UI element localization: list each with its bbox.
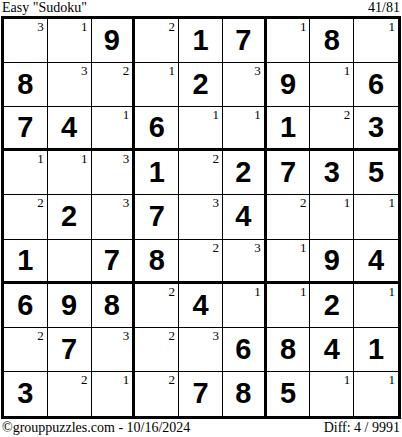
given-digit: 6 <box>149 113 165 142</box>
given-digit: 1 <box>280 113 296 142</box>
given-digit: 1 <box>149 158 165 187</box>
cell-r2c1[interactable]: 8 <box>4 63 48 107</box>
pencil-mark: 3 <box>81 64 88 77</box>
cell-r9c7[interactable]: 5 <box>267 372 311 416</box>
pencil-mark: 1 <box>81 20 88 33</box>
cell-r9c8[interactable]: 1 <box>310 372 354 416</box>
pencil-mark: 2 <box>37 329 44 342</box>
given-digit: 7 <box>149 202 165 231</box>
cell-r7c9[interactable]: 1 <box>354 284 398 328</box>
cell-r6c2[interactable] <box>48 240 92 284</box>
cell-r9c3[interactable]: 1 <box>92 372 136 416</box>
cell-r3c1[interactable]: 7 <box>4 107 48 151</box>
cell-r4c7[interactable]: 7 <box>267 151 311 195</box>
given-digit: 6 <box>17 291 33 320</box>
cell-r6c6[interactable]: 3 <box>223 240 267 284</box>
cell-r8c1[interactable]: 2 <box>4 328 48 372</box>
pencil-mark: 1 <box>300 241 307 254</box>
given-digit: 3 <box>368 113 384 142</box>
pencil-mark: 3 <box>254 241 261 254</box>
given-digit: 4 <box>235 202 251 231</box>
cell-r4c1[interactable]: 1 <box>4 151 48 195</box>
cell-r5c9[interactable]: 1 <box>354 195 398 239</box>
cell-r6c5[interactable]: 2 <box>179 240 223 284</box>
cell-r4c9[interactable]: 5 <box>354 151 398 195</box>
cell-r6c4[interactable]: 8 <box>135 240 179 284</box>
given-digit: 9 <box>324 246 340 275</box>
cell-r7c4[interactable]: 2 <box>135 284 179 328</box>
given-digit: 9 <box>280 70 296 99</box>
pencil-mark: 1 <box>344 196 351 209</box>
cell-r9c4[interactable]: 2 <box>135 372 179 416</box>
cell-r2c2[interactable]: 3 <box>48 63 92 107</box>
cell-r6c1[interactable]: 1 <box>4 240 48 284</box>
pencil-mark: 1 <box>169 64 176 77</box>
pencil-mark: 1 <box>37 152 44 165</box>
cell-r9c5[interactable]: 7 <box>179 372 223 416</box>
pencil-mark: 2 <box>344 108 351 121</box>
cell-r9c9[interactable]: 1 <box>354 372 398 416</box>
cell-r4c8[interactable]: 3 <box>310 151 354 195</box>
cell-r4c6[interactable]: 2 <box>223 151 267 195</box>
pencil-mark: 2 <box>169 285 176 298</box>
cell-r6c3[interactable]: 7 <box>92 240 136 284</box>
given-digit: 5 <box>368 158 384 187</box>
pencil-mark: 2 <box>300 196 307 209</box>
pencil-mark: 3 <box>37 20 44 33</box>
pencil-mark: 3 <box>123 329 130 342</box>
cell-r7c6[interactable]: 1 <box>223 284 267 328</box>
cell-r5c5[interactable]: 3 <box>179 195 223 239</box>
pencil-mark: 1 <box>300 285 307 298</box>
cell-r5c8[interactable]: 1 <box>310 195 354 239</box>
header: Easy "Sudoku" 41/81 <box>0 0 402 16</box>
cell-r1c4[interactable]: 2 <box>135 19 179 63</box>
given-digit: 8 <box>104 291 120 320</box>
pencil-mark: 1 <box>254 285 261 298</box>
cell-r2c4[interactable]: 1 <box>135 63 179 107</box>
cell-r3c5[interactable]: 1 <box>179 107 223 151</box>
page-title: Easy "Sudoku" <box>2 1 87 15</box>
pencil-mark: 1 <box>344 373 351 386</box>
cell-r8c8[interactable]: 4 <box>310 328 354 372</box>
cell-r2c6[interactable]: 3 <box>223 63 267 107</box>
cell-r3c6[interactable]: 1 <box>223 107 267 151</box>
given-digit: 2 <box>324 291 340 320</box>
pencil-mark: 1 <box>81 152 88 165</box>
pencil-mark: 2 <box>212 241 219 254</box>
pencil-mark: 2 <box>169 20 176 33</box>
cell-r1c8[interactable]: 8 <box>310 19 354 63</box>
given-digit: 3 <box>324 158 340 187</box>
given-digit: 7 <box>17 113 33 142</box>
cell-r7c5[interactable]: 4 <box>179 284 223 328</box>
cell-r2c3[interactable]: 2 <box>92 63 136 107</box>
cell-r1c5[interactable]: 1 <box>179 19 223 63</box>
given-digit: 4 <box>61 113 77 142</box>
given-digit: 8 <box>280 335 296 364</box>
cell-r4c2[interactable]: 1 <box>48 151 92 195</box>
cell-r5c2[interactable]: 2 <box>48 195 92 239</box>
cell-r5c7[interactable]: 2 <box>267 195 311 239</box>
given-digit: 6 <box>368 70 384 99</box>
pencil-mark: 2 <box>169 373 176 386</box>
cell-r8c7[interactable]: 8 <box>267 328 311 372</box>
cell-r4c4[interactable]: 1 <box>135 151 179 195</box>
difficulty-text: Diff: 4 / 9991 <box>324 421 400 435</box>
given-digit: 7 <box>280 158 296 187</box>
cell-r1c1[interactable]: 3 <box>4 19 48 63</box>
cell-r1c7[interactable]: 1 <box>267 19 311 63</box>
cell-r3c7[interactable]: 1 <box>267 107 311 151</box>
copyright-text: ©grouppuzzles.com - 10/16/2024 <box>2 421 190 435</box>
pencil-mark: 1 <box>254 108 261 121</box>
cell-r1c3[interactable]: 9 <box>92 19 136 63</box>
given-digit: 2 <box>61 202 77 231</box>
cell-r3c4[interactable]: 6 <box>135 107 179 151</box>
cell-r7c8[interactable]: 2 <box>310 284 354 328</box>
cell-r3c3[interactable]: 1 <box>92 107 136 151</box>
cell-r1c2[interactable]: 1 <box>48 19 92 63</box>
sudoku-grid: 3192171818321239167416111231131227352237… <box>1 16 401 419</box>
pencil-mark: 1 <box>389 196 396 209</box>
cell-r6c7[interactable]: 1 <box>267 240 311 284</box>
given-digit: 7 <box>235 26 251 55</box>
cell-r5c6[interactable]: 4 <box>223 195 267 239</box>
given-digit: 4 <box>324 335 340 364</box>
given-digit: 9 <box>104 26 120 55</box>
pencil-mark: 3 <box>123 196 130 209</box>
given-digit: 1 <box>17 246 33 275</box>
cell-r6c8[interactable]: 9 <box>310 240 354 284</box>
given-digit: 2 <box>192 70 208 99</box>
given-digit: 2 <box>235 158 251 187</box>
cell-r3c9[interactable]: 3 <box>354 107 398 151</box>
cell-r5c1[interactable]: 2 <box>4 195 48 239</box>
pencil-mark: 1 <box>212 108 219 121</box>
cell-r2c5[interactable]: 2 <box>179 63 223 107</box>
cell-r4c3[interactable]: 3 <box>92 151 136 195</box>
cell-r9c6[interactable]: 8 <box>223 372 267 416</box>
pencil-mark: 3 <box>212 329 219 342</box>
cell-r5c3[interactable]: 3 <box>92 195 136 239</box>
cell-r1c6[interactable]: 7 <box>223 19 267 63</box>
pencil-mark: 3 <box>254 64 261 77</box>
cell-r8c3[interactable]: 3 <box>92 328 136 372</box>
cell-r3c8[interactable]: 2 <box>310 107 354 151</box>
given-digit: 8 <box>149 246 165 275</box>
cell-r4c5[interactable]: 2 <box>179 151 223 195</box>
pencil-mark: 1 <box>300 20 307 33</box>
pencil-mark: 2 <box>123 64 130 77</box>
pencil-mark: 1 <box>123 373 130 386</box>
given-digit: 6 <box>235 335 251 364</box>
cell-r8c4[interactable]: 2 <box>135 328 179 372</box>
cell-r8c9[interactable]: 1 <box>354 328 398 372</box>
cell-r7c2[interactable]: 9 <box>48 284 92 328</box>
cell-r8c2[interactable]: 7 <box>48 328 92 372</box>
pencil-mark: 2 <box>212 152 219 165</box>
cell-r8c6[interactable]: 6 <box>223 328 267 372</box>
pencil-mark: 2 <box>81 373 88 386</box>
pencil-mark: 1 <box>123 108 130 121</box>
cell-r2c8[interactable]: 1 <box>310 63 354 107</box>
pencil-mark: 1 <box>389 20 396 33</box>
given-digit: 5 <box>280 379 296 408</box>
given-digit: 7 <box>192 379 208 408</box>
pencil-mark: 2 <box>37 196 44 209</box>
pencil-mark: 1 <box>389 285 396 298</box>
pencil-mark: 1 <box>344 64 351 77</box>
given-digit: 1 <box>368 335 384 364</box>
footer: ©grouppuzzles.com - 10/16/2024 Diff: 4 /… <box>0 419 402 436</box>
given-digit: 8 <box>324 26 340 55</box>
given-digit: 1 <box>192 26 208 55</box>
cell-r1c9[interactable]: 1 <box>354 19 398 63</box>
cell-r5c4[interactable]: 7 <box>135 195 179 239</box>
given-digit: 8 <box>17 70 33 99</box>
givens-counter: 41/81 <box>368 1 400 15</box>
cell-r7c7[interactable]: 1 <box>267 284 311 328</box>
pencil-mark: 3 <box>123 152 130 165</box>
given-digit: 4 <box>192 291 208 320</box>
cell-r9c1[interactable]: 3 <box>4 372 48 416</box>
cell-r7c1[interactable]: 6 <box>4 284 48 328</box>
given-digit: 4 <box>368 246 384 275</box>
cell-r6c9[interactable]: 4 <box>354 240 398 284</box>
given-digit: 9 <box>61 291 77 320</box>
given-digit: 3 <box>17 379 33 408</box>
pencil-mark: 1 <box>389 373 396 386</box>
cell-r2c9[interactable]: 6 <box>354 63 398 107</box>
cell-r7c3[interactable]: 8 <box>92 284 136 328</box>
pencil-mark: 3 <box>212 196 219 209</box>
cell-r3c2[interactable]: 4 <box>48 107 92 151</box>
cell-r9c2[interactable]: 2 <box>48 372 92 416</box>
pencil-mark: 2 <box>169 329 176 342</box>
given-digit: 8 <box>235 379 251 408</box>
cell-r8c5[interactable]: 3 <box>179 328 223 372</box>
cell-r2c7[interactable]: 9 <box>267 63 311 107</box>
given-digit: 7 <box>61 335 77 364</box>
given-digit: 7 <box>104 246 120 275</box>
